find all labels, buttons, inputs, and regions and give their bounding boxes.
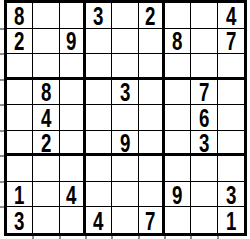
- given-digit: 3: [93, 3, 103, 29]
- cell-r8c1[interactable]: 1: [7, 182, 33, 208]
- cell-r7c4[interactable]: [86, 156, 112, 182]
- given-digit: 2: [14, 29, 24, 55]
- cell-r8c7[interactable]: 9: [165, 182, 191, 208]
- edge-tick: [0, 206, 4, 208]
- cell-r7c7[interactable]: [165, 156, 191, 182]
- cell-r1c5[interactable]: [112, 3, 138, 29]
- given-digit: 3: [226, 182, 236, 208]
- given-digit: 1: [14, 182, 24, 208]
- cell-r1c9[interactable]: 4: [218, 3, 244, 29]
- cell-r1c8[interactable]: [191, 3, 217, 29]
- cell-r3c4[interactable]: [86, 54, 112, 80]
- cell-r3c5[interactable]: [112, 54, 138, 80]
- cell-r6c7[interactable]: [165, 131, 191, 157]
- edge-tick: [111, 236, 113, 239]
- cell-r8c3[interactable]: 4: [60, 182, 86, 208]
- cell-r2c5[interactable]: [112, 29, 138, 55]
- given-digit: 9: [66, 29, 76, 55]
- cell-r9c9[interactable]: 1: [218, 207, 244, 233]
- cell-r2c4[interactable]: [86, 29, 112, 55]
- cell-r4c3[interactable]: [60, 80, 86, 106]
- cell-r9c3[interactable]: [60, 207, 86, 233]
- cell-r3c8[interactable]: [191, 54, 217, 80]
- cell-r4c6[interactable]: [139, 80, 165, 106]
- cell-r6c9[interactable]: [218, 131, 244, 157]
- cell-r6c8[interactable]: 3: [191, 131, 217, 157]
- cell-r4c2[interactable]: 8: [33, 80, 59, 106]
- cell-r9c8[interactable]: [191, 207, 217, 233]
- cell-r5c2[interactable]: 4: [33, 105, 59, 131]
- cell-r8c6[interactable]: [139, 182, 165, 208]
- given-digit: 3: [199, 131, 209, 156]
- cell-r4c9[interactable]: [218, 80, 244, 106]
- cell-r4c7[interactable]: [165, 80, 191, 106]
- given-digit: 7: [199, 80, 209, 106]
- given-digit: 9: [120, 131, 130, 156]
- given-digit: 8: [14, 3, 24, 29]
- cell-r5c7[interactable]: [165, 105, 191, 131]
- edge-tick: [0, 130, 4, 132]
- cell-r1c6[interactable]: 2: [139, 3, 165, 29]
- edge-tick: [0, 79, 4, 81]
- given-digit: 4: [226, 3, 236, 29]
- edge-tick: [0, 104, 4, 106]
- cell-r7c6[interactable]: [139, 156, 165, 182]
- edge-tick: [85, 236, 87, 239]
- edge-tick: [0, 53, 4, 55]
- cell-r1c2[interactable]: [33, 3, 59, 29]
- cell-r2c3[interactable]: 9: [60, 29, 86, 55]
- given-digit: 8: [41, 80, 51, 106]
- cell-r3c6[interactable]: [139, 54, 165, 80]
- cell-r6c3[interactable]: [60, 131, 86, 157]
- cell-r7c5[interactable]: [112, 156, 138, 182]
- cell-r2c7[interactable]: 8: [165, 29, 191, 55]
- cell-r9c5[interactable]: [112, 207, 138, 233]
- cell-r8c5[interactable]: [112, 182, 138, 208]
- cell-r7c2[interactable]: [33, 156, 59, 182]
- cell-r2c8[interactable]: [191, 29, 217, 55]
- given-digit: 2: [145, 3, 155, 29]
- given-digit: 4: [41, 105, 51, 131]
- cell-r1c3[interactable]: [60, 3, 86, 29]
- given-digit: 3: [120, 80, 130, 106]
- cell-r1c4[interactable]: 3: [86, 3, 112, 29]
- cell-r7c3[interactable]: [60, 156, 86, 182]
- edge-tick: [0, 155, 4, 157]
- cell-r5c8[interactable]: 6: [191, 105, 217, 131]
- given-digit: 3: [14, 207, 24, 233]
- given-digit: 1: [226, 207, 236, 233]
- cell-r4c8[interactable]: 7: [191, 80, 217, 106]
- given-digit: 4: [93, 207, 103, 233]
- given-digit: 8: [172, 29, 182, 55]
- cell-r1c1[interactable]: 8: [7, 3, 33, 29]
- cell-r5c4[interactable]: [86, 105, 112, 131]
- cell-r7c9[interactable]: [218, 156, 244, 182]
- cell-r8c4[interactable]: [86, 182, 112, 208]
- edge-tick: [0, 28, 4, 30]
- edge-tick: [59, 236, 61, 239]
- cell-r4c1[interactable]: [7, 80, 33, 106]
- cell-r7c8[interactable]: [191, 156, 217, 182]
- cell-r5c3[interactable]: [60, 105, 86, 131]
- cell-r2c2[interactable]: [33, 29, 59, 55]
- cell-r2c9[interactable]: 7: [218, 29, 244, 55]
- cell-r6c4[interactable]: [86, 131, 112, 157]
- cell-r5c1[interactable]: [7, 105, 33, 131]
- cell-r6c6[interactable]: [139, 131, 165, 157]
- cell-r7c1[interactable]: [7, 156, 33, 182]
- given-digit: 9: [172, 182, 182, 208]
- given-digit: 6: [199, 105, 209, 131]
- given-digit: 7: [226, 29, 236, 55]
- cell-r9c1[interactable]: 3: [7, 207, 33, 233]
- cell-r4c5[interactable]: 3: [112, 80, 138, 106]
- cell-r3c3[interactable]: [60, 54, 86, 80]
- cell-r8c2[interactable]: [33, 182, 59, 208]
- edge-tick: [138, 236, 140, 239]
- given-digit: 4: [66, 182, 76, 208]
- cell-r9c7[interactable]: [165, 207, 191, 233]
- cell-r4c4[interactable]: [86, 80, 112, 106]
- given-digit: 7: [145, 207, 155, 233]
- cell-r3c7[interactable]: [165, 54, 191, 80]
- cell-r6c5[interactable]: 9: [112, 131, 138, 157]
- cell-r5c9[interactable]: [218, 105, 244, 131]
- cell-r2c6[interactable]: [139, 29, 165, 55]
- cell-r9c4[interactable]: 4: [86, 207, 112, 233]
- cell-r3c2[interactable]: [33, 54, 59, 80]
- cell-r8c8[interactable]: [191, 182, 217, 208]
- edge-tick: [217, 236, 219, 239]
- sudoku-page: 832429878374629314933471: [0, 0, 250, 239]
- given-digit: 2: [41, 131, 51, 156]
- cell-r3c1[interactable]: [7, 54, 33, 80]
- sudoku-board: 832429878374629314933471: [4, 0, 247, 236]
- cell-r1c7[interactable]: [165, 3, 191, 29]
- cell-r6c2[interactable]: 2: [33, 131, 59, 157]
- edge-tick: [164, 236, 166, 239]
- cell-r9c6[interactable]: 7: [139, 207, 165, 233]
- cell-r8c9[interactable]: 3: [218, 182, 244, 208]
- edge-tick: [0, 181, 4, 183]
- cell-r9c2[interactable]: [33, 207, 59, 233]
- cell-r3c9[interactable]: [218, 54, 244, 80]
- edge-tick: [190, 236, 192, 239]
- edge-tick: [32, 236, 34, 239]
- cell-r6c1[interactable]: [7, 131, 33, 157]
- cell-r2c1[interactable]: 2: [7, 29, 33, 55]
- cell-r5c5[interactable]: [112, 105, 138, 131]
- cell-r5c6[interactable]: [139, 105, 165, 131]
